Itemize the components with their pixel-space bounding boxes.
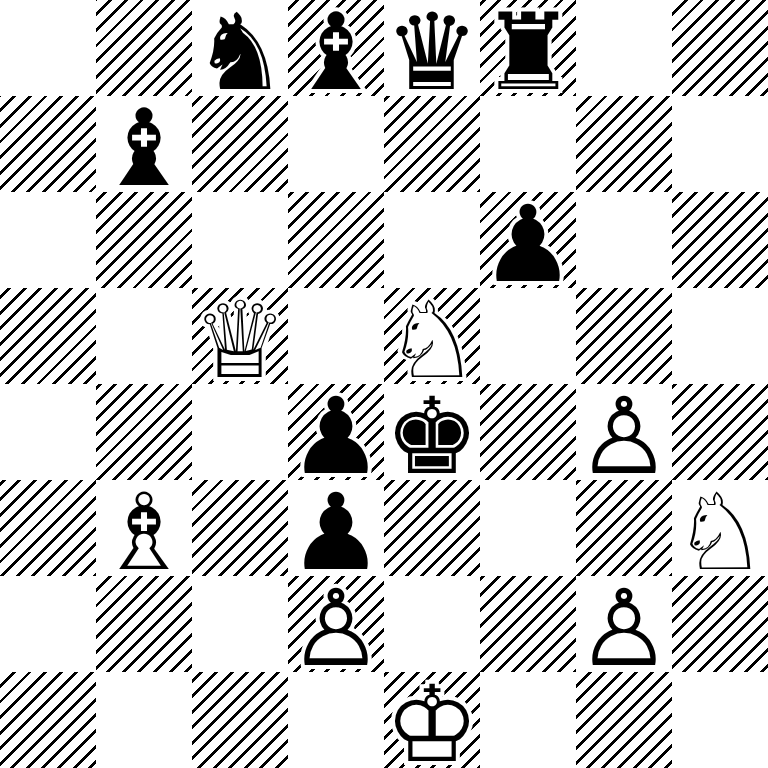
square-g8[interactable] bbox=[576, 0, 672, 96]
white-king-glyph: ♔ bbox=[384, 677, 480, 768]
square-d5[interactable] bbox=[288, 288, 384, 384]
square-g5[interactable] bbox=[576, 288, 672, 384]
square-e2[interactable] bbox=[384, 576, 480, 672]
piece-halo: ♕ bbox=[192, 293, 288, 389]
piece-halo: ♟ bbox=[576, 389, 672, 485]
square-a1[interactable] bbox=[0, 672, 96, 768]
square-c5[interactable]: ♛♕♕ bbox=[192, 288, 288, 384]
square-d2[interactable]: ♟♙♙ bbox=[288, 576, 384, 672]
piece-black-bishop[interactable]: ♝♝ bbox=[96, 96, 192, 192]
piece-halo: ♟ bbox=[288, 485, 384, 581]
black-pawn-glyph: ♟ bbox=[288, 389, 384, 485]
square-d7[interactable] bbox=[288, 96, 384, 192]
white-pawn-glyph: ♙ bbox=[576, 581, 672, 677]
piece-white-knight[interactable]: ♞♘♘ bbox=[672, 480, 768, 576]
square-a3[interactable] bbox=[0, 480, 96, 576]
piece-halo: ♚ bbox=[384, 677, 480, 768]
square-c1[interactable] bbox=[192, 672, 288, 768]
piece-halo: ♞ bbox=[672, 485, 768, 581]
square-h1[interactable] bbox=[672, 672, 768, 768]
square-d3[interactable]: ♟♟ bbox=[288, 480, 384, 576]
piece-black-pawn[interactable]: ♟♟ bbox=[480, 192, 576, 288]
square-f7[interactable] bbox=[480, 96, 576, 192]
square-g3[interactable] bbox=[576, 480, 672, 576]
white-pawn-glyph: ♙ bbox=[288, 581, 384, 677]
piece-halo: ♙ bbox=[288, 581, 384, 677]
square-g4[interactable]: ♟♙♙ bbox=[576, 384, 672, 480]
black-pawn-glyph: ♟ bbox=[288, 485, 384, 581]
piece-halo: ♟ bbox=[288, 581, 384, 677]
square-a7[interactable] bbox=[0, 96, 96, 192]
white-pawn-glyph: ♙ bbox=[576, 389, 672, 485]
piece-black-pawn[interactable]: ♟♟ bbox=[288, 480, 384, 576]
piece-white-king[interactable]: ♚♔♔ bbox=[384, 672, 480, 768]
square-g7[interactable] bbox=[576, 96, 672, 192]
square-a8[interactable] bbox=[0, 0, 96, 96]
square-h7[interactable] bbox=[672, 96, 768, 192]
piece-white-pawn[interactable]: ♟♙♙ bbox=[288, 576, 384, 672]
square-b5[interactable] bbox=[96, 288, 192, 384]
white-knight-glyph: ♘ bbox=[384, 293, 480, 389]
square-h6[interactable] bbox=[672, 192, 768, 288]
square-c2[interactable] bbox=[192, 576, 288, 672]
piece-halo: ♝ bbox=[96, 485, 192, 581]
piece-black-rook[interactable]: ♜♜ bbox=[480, 0, 576, 96]
piece-white-knight[interactable]: ♞♘♘ bbox=[384, 288, 480, 384]
piece-halo: ♙ bbox=[576, 389, 672, 485]
square-c3[interactable] bbox=[192, 480, 288, 576]
chess-board: ♞♞♝♝♛♛♜♜♝♝♟♟♛♕♕♞♘♘♟♟♚♚♟♙♙♝♗♗♟♟♞♘♘♟♙♙♟♙♙♚… bbox=[0, 0, 768, 768]
square-f5[interactable] bbox=[480, 288, 576, 384]
square-f4[interactable] bbox=[480, 384, 576, 480]
black-bishop-glyph: ♝ bbox=[96, 101, 192, 197]
square-c7[interactable] bbox=[192, 96, 288, 192]
piece-halo: ♘ bbox=[672, 485, 768, 581]
piece-halo: ♟ bbox=[480, 197, 576, 293]
square-h2[interactable] bbox=[672, 576, 768, 672]
piece-halo: ♚ bbox=[384, 389, 480, 485]
square-h8[interactable] bbox=[672, 0, 768, 96]
square-e5[interactable]: ♞♘♘ bbox=[384, 288, 480, 384]
square-e4[interactable]: ♚♚ bbox=[384, 384, 480, 480]
square-f8[interactable]: ♜♜ bbox=[480, 0, 576, 96]
black-bishop-glyph: ♝ bbox=[288, 5, 384, 101]
square-f3[interactable] bbox=[480, 480, 576, 576]
square-f6[interactable]: ♟♟ bbox=[480, 192, 576, 288]
square-a6[interactable] bbox=[0, 192, 96, 288]
square-b1[interactable] bbox=[96, 672, 192, 768]
piece-black-pawn[interactable]: ♟♟ bbox=[288, 384, 384, 480]
square-e3[interactable] bbox=[384, 480, 480, 576]
piece-halo: ♝ bbox=[288, 5, 384, 101]
square-h5[interactable] bbox=[672, 288, 768, 384]
square-f1[interactable] bbox=[480, 672, 576, 768]
piece-halo: ♞ bbox=[384, 293, 480, 389]
piece-black-knight[interactable]: ♞♞ bbox=[192, 0, 288, 96]
square-h3[interactable]: ♞♘♘ bbox=[672, 480, 768, 576]
black-king-glyph: ♚ bbox=[384, 389, 480, 485]
piece-white-pawn[interactable]: ♟♙♙ bbox=[576, 384, 672, 480]
black-queen-glyph: ♛ bbox=[384, 5, 480, 101]
square-e6[interactable] bbox=[384, 192, 480, 288]
square-b2[interactable] bbox=[96, 576, 192, 672]
black-pawn-glyph: ♟ bbox=[480, 197, 576, 293]
piece-black-queen[interactable]: ♛♛ bbox=[384, 0, 480, 96]
square-c6[interactable] bbox=[192, 192, 288, 288]
white-bishop-glyph: ♗ bbox=[96, 485, 192, 581]
square-a2[interactable] bbox=[0, 576, 96, 672]
piece-halo: ♔ bbox=[384, 677, 480, 768]
piece-black-bishop[interactable]: ♝♝ bbox=[288, 0, 384, 96]
piece-halo: ♗ bbox=[96, 485, 192, 581]
piece-white-bishop[interactable]: ♝♗♗ bbox=[96, 480, 192, 576]
square-b8[interactable] bbox=[96, 0, 192, 96]
square-d8[interactable]: ♝♝ bbox=[288, 0, 384, 96]
square-b6[interactable] bbox=[96, 192, 192, 288]
square-e1[interactable]: ♚♔♔ bbox=[384, 672, 480, 768]
square-h4[interactable] bbox=[672, 384, 768, 480]
white-knight-glyph: ♘ bbox=[672, 485, 768, 581]
square-a4[interactable] bbox=[0, 384, 96, 480]
square-c8[interactable]: ♞♞ bbox=[192, 0, 288, 96]
piece-halo: ♛ bbox=[192, 293, 288, 389]
piece-halo: ♜ bbox=[480, 5, 576, 101]
piece-white-queen[interactable]: ♛♕♕ bbox=[192, 288, 288, 384]
square-f2[interactable] bbox=[480, 576, 576, 672]
piece-halo: ♝ bbox=[96, 101, 192, 197]
square-c4[interactable] bbox=[192, 384, 288, 480]
square-g1[interactable] bbox=[576, 672, 672, 768]
square-d1[interactable] bbox=[288, 672, 384, 768]
square-b3[interactable]: ♝♗♗ bbox=[96, 480, 192, 576]
square-d4[interactable]: ♟♟ bbox=[288, 384, 384, 480]
square-d6[interactable] bbox=[288, 192, 384, 288]
black-knight-glyph: ♞ bbox=[192, 5, 288, 101]
piece-halo: ♙ bbox=[576, 581, 672, 677]
piece-halo: ♘ bbox=[384, 293, 480, 389]
piece-halo: ♟ bbox=[576, 581, 672, 677]
piece-halo: ♟ bbox=[288, 389, 384, 485]
square-a5[interactable] bbox=[0, 288, 96, 384]
square-g2[interactable]: ♟♙♙ bbox=[576, 576, 672, 672]
square-e7[interactable] bbox=[384, 96, 480, 192]
white-queen-glyph: ♕ bbox=[192, 293, 288, 389]
piece-black-king[interactable]: ♚♚ bbox=[384, 384, 480, 480]
square-e8[interactable]: ♛♛ bbox=[384, 0, 480, 96]
piece-halo: ♛ bbox=[384, 5, 480, 101]
square-b7[interactable]: ♝♝ bbox=[96, 96, 192, 192]
square-g6[interactable] bbox=[576, 192, 672, 288]
black-rook-glyph: ♜ bbox=[480, 5, 576, 101]
piece-halo: ♞ bbox=[192, 5, 288, 101]
square-b4[interactable] bbox=[96, 384, 192, 480]
piece-white-pawn[interactable]: ♟♙♙ bbox=[576, 576, 672, 672]
